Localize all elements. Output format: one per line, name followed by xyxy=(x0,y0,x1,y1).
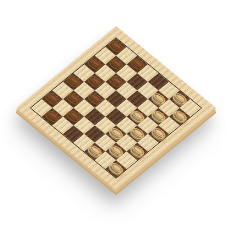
playing-area: ⛂⛂⛂⛂⛂⛂⛂⛂⛂⛂⛂⛂⛂⛂⛂⛂⛂⛂⛂⛂⛂⛂⛂⛂ xyxy=(30,37,203,178)
board-frame: ⛂⛂⛂⛂⛂⛂⛂⛂⛂⛂⛂⛂⛂⛂⛂⛂⛂⛂⛂⛂⛂⛂⛂⛂ xyxy=(16,26,217,191)
checkers-board: ⛂⛂⛂⛂⛂⛂⛂⛂⛂⛂⛂⛂⛂⛂⛂⛂⛂⛂⛂⛂⛂⛂⛂⛂ xyxy=(16,26,217,191)
photo-stage: ⛂⛂⛂⛂⛂⛂⛂⛂⛂⛂⛂⛂⛂⛂⛂⛂⛂⛂⛂⛂⛂⛂⛂⛂ xyxy=(0,0,230,230)
